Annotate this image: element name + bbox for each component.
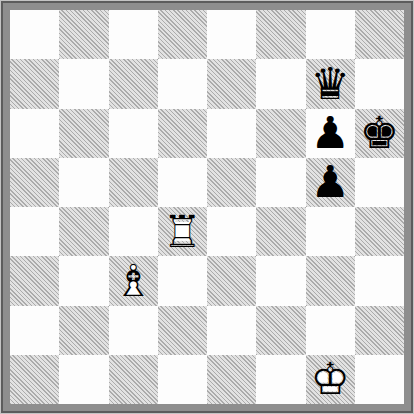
square-e7[interactable] — [207, 59, 256, 108]
square-d4[interactable]: ♜♖ — [158, 207, 207, 256]
square-h6[interactable]: ♚ — [355, 109, 404, 158]
board-frame-inner: ♛♟♚♟♜♖♝♗♚♔ — [1, 1, 413, 413]
square-c2[interactable] — [109, 306, 158, 355]
square-d6[interactable] — [158, 109, 207, 158]
square-g5[interactable]: ♟ — [306, 158, 355, 207]
square-e6[interactable] — [207, 109, 256, 158]
white-king: ♔ — [306, 355, 355, 404]
square-h5[interactable] — [355, 158, 404, 207]
square-f1[interactable] — [256, 355, 305, 404]
square-a8[interactable] — [10, 10, 59, 59]
black-king: ♚ — [355, 109, 404, 158]
white-bishop: ♗ — [109, 256, 158, 305]
square-g3[interactable] — [306, 256, 355, 305]
square-b3[interactable] — [59, 256, 108, 305]
square-b4[interactable] — [59, 207, 108, 256]
square-h2[interactable] — [355, 306, 404, 355]
square-f6[interactable] — [256, 109, 305, 158]
square-a3[interactable] — [10, 256, 59, 305]
square-c3[interactable]: ♝♗ — [109, 256, 158, 305]
black-queen: ♛ — [306, 59, 355, 108]
black-pawn: ♟ — [306, 158, 355, 207]
square-e4[interactable] — [207, 207, 256, 256]
square-f3[interactable] — [256, 256, 305, 305]
square-d3[interactable] — [158, 256, 207, 305]
square-a7[interactable] — [10, 59, 59, 108]
square-g8[interactable] — [306, 10, 355, 59]
white-king-fill: ♚ — [306, 355, 355, 404]
square-h7[interactable] — [355, 59, 404, 108]
square-h4[interactable] — [355, 207, 404, 256]
square-a6[interactable] — [10, 109, 59, 158]
square-c8[interactable] — [109, 10, 158, 59]
square-d8[interactable] — [158, 10, 207, 59]
square-d5[interactable] — [158, 158, 207, 207]
square-d2[interactable] — [158, 306, 207, 355]
square-c4[interactable] — [109, 207, 158, 256]
white-bishop-fill: ♝ — [109, 256, 158, 305]
black-pawn: ♟ — [306, 109, 355, 158]
square-d1[interactable] — [158, 355, 207, 404]
square-f7[interactable] — [256, 59, 305, 108]
square-g7[interactable]: ♛ — [306, 59, 355, 108]
square-c6[interactable] — [109, 109, 158, 158]
square-e8[interactable] — [207, 10, 256, 59]
square-d7[interactable] — [158, 59, 207, 108]
square-h8[interactable] — [355, 10, 404, 59]
square-c5[interactable] — [109, 158, 158, 207]
square-f2[interactable] — [256, 306, 305, 355]
square-a5[interactable] — [10, 158, 59, 207]
white-rook: ♖ — [158, 207, 207, 256]
square-e3[interactable] — [207, 256, 256, 305]
chess-board: ♛♟♚♟♜♖♝♗♚♔ — [10, 10, 404, 404]
square-b6[interactable] — [59, 109, 108, 158]
square-h1[interactable] — [355, 355, 404, 404]
square-e1[interactable] — [207, 355, 256, 404]
square-g6[interactable]: ♟ — [306, 109, 355, 158]
square-b7[interactable] — [59, 59, 108, 108]
square-g4[interactable] — [306, 207, 355, 256]
square-g1[interactable]: ♚♔ — [306, 355, 355, 404]
square-h3[interactable] — [355, 256, 404, 305]
square-b5[interactable] — [59, 158, 108, 207]
square-f8[interactable] — [256, 10, 305, 59]
square-f4[interactable] — [256, 207, 305, 256]
square-a2[interactable] — [10, 306, 59, 355]
square-f5[interactable] — [256, 158, 305, 207]
square-c1[interactable] — [109, 355, 158, 404]
board-frame: ♛♟♚♟♜♖♝♗♚♔ — [0, 0, 414, 414]
square-a4[interactable] — [10, 207, 59, 256]
white-rook-fill: ♜ — [158, 207, 207, 256]
square-g2[interactable] — [306, 306, 355, 355]
square-c7[interactable] — [109, 59, 158, 108]
square-b1[interactable] — [59, 355, 108, 404]
square-e2[interactable] — [207, 306, 256, 355]
square-e5[interactable] — [207, 158, 256, 207]
square-b8[interactable] — [59, 10, 108, 59]
square-b2[interactable] — [59, 306, 108, 355]
square-a1[interactable] — [10, 355, 59, 404]
